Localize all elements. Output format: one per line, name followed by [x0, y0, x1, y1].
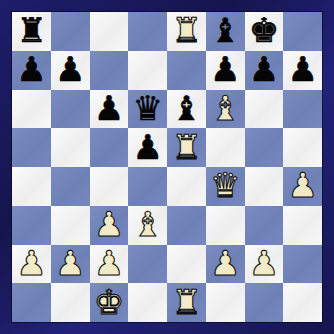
piece-black-pawn[interactable]: ♟ — [249, 52, 279, 86]
piece-black-bishop[interactable]: ♝ — [210, 13, 240, 47]
square-g7[interactable]: ♟ — [245, 51, 284, 90]
piece-black-pawn[interactable]: ♟ — [210, 52, 240, 86]
square-b2[interactable]: ♟ — [51, 245, 90, 284]
square-a7[interactable]: ♟ — [12, 51, 51, 90]
square-f6[interactable]: ♝ — [206, 90, 245, 129]
square-g3[interactable] — [245, 206, 284, 245]
square-h8[interactable] — [283, 12, 322, 51]
square-f3[interactable] — [206, 206, 245, 245]
square-d7[interactable] — [128, 51, 167, 90]
square-h1[interactable] — [283, 283, 322, 322]
piece-black-rook[interactable]: ♜ — [16, 13, 46, 47]
square-b6[interactable] — [51, 90, 90, 129]
square-a8[interactable]: ♜ — [12, 12, 51, 51]
square-b1[interactable] — [51, 283, 90, 322]
piece-white-pawn[interactable]: ♟ — [210, 246, 240, 280]
piece-white-pawn[interactable]: ♟ — [287, 168, 317, 202]
piece-white-pawn[interactable]: ♟ — [94, 246, 124, 280]
square-f1[interactable] — [206, 283, 245, 322]
square-e5[interactable]: ♜ — [167, 128, 206, 167]
square-g8[interactable]: ♚ — [245, 12, 284, 51]
piece-black-king[interactable]: ♚ — [249, 13, 279, 47]
square-a5[interactable] — [12, 128, 51, 167]
square-a3[interactable] — [12, 206, 51, 245]
square-h4[interactable]: ♟ — [283, 167, 322, 206]
square-d3[interactable]: ♝ — [128, 206, 167, 245]
piece-black-queen[interactable]: ♛ — [132, 91, 162, 125]
square-b7[interactable]: ♟ — [51, 51, 90, 90]
square-c5[interactable] — [90, 128, 129, 167]
square-g5[interactable] — [245, 128, 284, 167]
square-a1[interactable] — [12, 283, 51, 322]
square-c1[interactable]: ♚ — [90, 283, 129, 322]
square-g2[interactable]: ♟ — [245, 245, 284, 284]
square-h7[interactable]: ♟ — [283, 51, 322, 90]
square-e1[interactable]: ♜ — [167, 283, 206, 322]
piece-white-rook[interactable]: ♜ — [171, 285, 201, 319]
square-a4[interactable] — [12, 167, 51, 206]
square-e7[interactable] — [167, 51, 206, 90]
piece-black-bishop[interactable]: ♝ — [171, 91, 201, 125]
piece-black-pawn[interactable]: ♟ — [287, 52, 317, 86]
square-c2[interactable]: ♟ — [90, 245, 129, 284]
square-e4[interactable] — [167, 167, 206, 206]
square-b4[interactable] — [51, 167, 90, 206]
square-d5[interactable]: ♟ — [128, 128, 167, 167]
piece-white-bishop[interactable]: ♝ — [210, 91, 240, 125]
square-c8[interactable] — [90, 12, 129, 51]
square-d4[interactable] — [128, 167, 167, 206]
square-h3[interactable] — [283, 206, 322, 245]
square-f7[interactable]: ♟ — [206, 51, 245, 90]
piece-white-queen[interactable]: ♛ — [210, 168, 240, 202]
square-b8[interactable] — [51, 12, 90, 51]
square-b3[interactable] — [51, 206, 90, 245]
square-h2[interactable] — [283, 245, 322, 284]
piece-black-pawn[interactable]: ♟ — [94, 91, 124, 125]
piece-black-pawn[interactable]: ♟ — [132, 130, 162, 164]
square-g6[interactable] — [245, 90, 284, 129]
square-c3[interactable]: ♟ — [90, 206, 129, 245]
square-f5[interactable] — [206, 128, 245, 167]
piece-white-pawn[interactable]: ♟ — [94, 207, 124, 241]
square-e6[interactable]: ♝ — [167, 90, 206, 129]
piece-white-rook[interactable]: ♜ — [171, 13, 201, 47]
square-f4[interactable]: ♛ — [206, 167, 245, 206]
square-f8[interactable]: ♝ — [206, 12, 245, 51]
square-e2[interactable] — [167, 245, 206, 284]
chess-board-frame: ♜♜♝♚♟♟♟♟♟♟♛♝♝♟♜♛♟♟♝♟♟♟♟♟♚♜ — [0, 0, 334, 334]
chess-board: ♜♜♝♚♟♟♟♟♟♟♛♝♝♟♜♛♟♟♝♟♟♟♟♟♚♜ — [12, 12, 322, 322]
square-c4[interactable] — [90, 167, 129, 206]
square-e8[interactable]: ♜ — [167, 12, 206, 51]
piece-black-pawn[interactable]: ♟ — [16, 52, 46, 86]
square-d6[interactable]: ♛ — [128, 90, 167, 129]
square-d2[interactable] — [128, 245, 167, 284]
square-d8[interactable] — [128, 12, 167, 51]
square-g1[interactable] — [245, 283, 284, 322]
square-b5[interactable] — [51, 128, 90, 167]
piece-white-pawn[interactable]: ♟ — [16, 246, 46, 280]
piece-white-pawn[interactable]: ♟ — [55, 246, 85, 280]
square-g4[interactable] — [245, 167, 284, 206]
piece-white-rook[interactable]: ♜ — [171, 130, 201, 164]
square-e3[interactable] — [167, 206, 206, 245]
square-f2[interactable]: ♟ — [206, 245, 245, 284]
piece-white-bishop[interactable]: ♝ — [132, 207, 162, 241]
square-d1[interactable] — [128, 283, 167, 322]
square-a6[interactable] — [12, 90, 51, 129]
square-a2[interactable]: ♟ — [12, 245, 51, 284]
square-h5[interactable] — [283, 128, 322, 167]
piece-white-pawn[interactable]: ♟ — [249, 246, 279, 280]
piece-white-king[interactable]: ♚ — [94, 285, 124, 319]
square-h6[interactable] — [283, 90, 322, 129]
square-c7[interactable] — [90, 51, 129, 90]
square-c6[interactable]: ♟ — [90, 90, 129, 129]
piece-black-pawn[interactable]: ♟ — [55, 52, 85, 86]
